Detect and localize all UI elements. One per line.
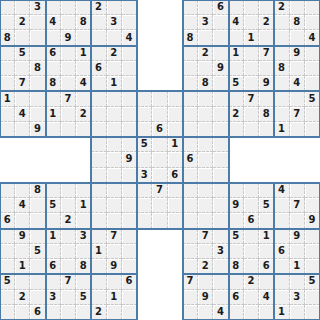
sudoku-cell: 5 [229, 229, 244, 244]
sudoku-cell[interactable] [61, 46, 76, 61]
sudoku-cell[interactable] [91, 46, 106, 61]
sudoku-cell[interactable] [274, 107, 289, 122]
sudoku-cell[interactable] [183, 91, 198, 106]
sudoku-cell[interactable] [91, 213, 106, 228]
sudoku-cell[interactable] [0, 107, 15, 122]
sudoku-cell[interactable] [168, 91, 183, 106]
sudoku-cell[interactable] [61, 290, 76, 305]
sudoku-cell[interactable] [198, 0, 213, 15]
sudoku-cell[interactable] [0, 290, 15, 305]
sudoku-cell[interactable] [213, 76, 228, 91]
sudoku-cell: 8 [274, 61, 289, 76]
sudoku-cell[interactable] [213, 290, 228, 305]
sudoku-cell[interactable] [198, 274, 213, 289]
sudoku-cell[interactable] [107, 107, 122, 122]
sudoku-cell[interactable] [107, 213, 122, 228]
sudoku-cell[interactable] [46, 213, 61, 228]
sudoku-cell: 1 [274, 122, 289, 137]
sudoku-cell[interactable] [290, 122, 305, 137]
sudoku-cell[interactable] [213, 122, 228, 137]
sudoku-cell[interactable] [274, 76, 289, 91]
sudoku-cell[interactable] [30, 229, 45, 244]
sudoku-cell[interactable] [244, 46, 259, 61]
sudoku-cell[interactable] [183, 290, 198, 305]
sudoku-cell[interactable] [305, 122, 320, 137]
sudoku-cell[interactable] [198, 305, 213, 320]
sudoku-cell[interactable] [15, 122, 30, 137]
sudoku-cell[interactable] [107, 183, 122, 198]
sudoku-cell[interactable] [15, 0, 30, 15]
sudoku-cell[interactable] [305, 198, 320, 213]
sudoku-cell[interactable] [122, 305, 137, 320]
sudoku-cell[interactable] [46, 305, 61, 320]
sudoku-cell[interactable] [290, 305, 305, 320]
sudoku-cell[interactable] [91, 274, 106, 289]
sudoku-cell[interactable] [107, 61, 122, 76]
sudoku-cell[interactable] [76, 30, 91, 45]
sudoku-cell[interactable] [76, 183, 91, 198]
sudoku-cell[interactable] [91, 183, 106, 198]
sudoku-cell[interactable] [122, 229, 137, 244]
sudoku-cell: 3 [46, 290, 61, 305]
sudoku-cell[interactable] [107, 152, 122, 167]
void-cell [137, 30, 152, 45]
sudoku-cell[interactable] [259, 122, 274, 137]
sudoku-cell[interactable] [122, 290, 137, 305]
sudoku-cell[interactable] [30, 46, 45, 61]
sudoku-cell: 4 [290, 76, 305, 91]
sudoku-cell[interactable] [244, 61, 259, 76]
sudoku-cell[interactable] [122, 168, 137, 183]
sudoku-cell[interactable] [137, 152, 152, 167]
sudoku-cell[interactable] [107, 0, 122, 15]
sudoku-cell[interactable] [152, 91, 167, 106]
sudoku-cell[interactable] [198, 152, 213, 167]
sudoku-cell[interactable] [122, 137, 137, 152]
sudoku-cell[interactable] [91, 122, 106, 137]
void-cell [290, 152, 305, 167]
sudoku-cell[interactable] [46, 183, 61, 198]
sudoku-cell[interactable] [213, 152, 228, 167]
sudoku-cell[interactable] [0, 259, 15, 274]
void-cell [152, 76, 167, 91]
sudoku-cell: 6 [46, 259, 61, 274]
sudoku-cell[interactable] [30, 76, 45, 91]
sudoku-cell[interactable] [137, 213, 152, 228]
sudoku-cell[interactable] [137, 183, 152, 198]
sudoku-cell[interactable] [46, 30, 61, 45]
sudoku-cell[interactable] [198, 183, 213, 198]
sudoku-cell[interactable] [61, 183, 76, 198]
sudoku-cell: 7 [290, 107, 305, 122]
sudoku-cell[interactable] [229, 183, 244, 198]
sudoku-cell[interactable] [61, 229, 76, 244]
sudoku-cell[interactable] [61, 76, 76, 91]
sudoku-cell[interactable] [15, 61, 30, 76]
sudoku-cell[interactable] [198, 30, 213, 45]
sudoku-cell[interactable] [91, 229, 106, 244]
sudoku-cell[interactable] [274, 274, 289, 289]
sudoku-cell[interactable] [183, 122, 198, 137]
sudoku-cell[interactable] [229, 61, 244, 76]
sudoku-cell[interactable] [152, 152, 167, 167]
sudoku-cell[interactable] [305, 305, 320, 320]
sudoku-cell[interactable] [183, 305, 198, 320]
sudoku-cell[interactable] [107, 305, 122, 320]
sudoku-cell[interactable] [183, 15, 198, 30]
sudoku-cell[interactable] [15, 183, 30, 198]
sudoku-cell[interactable] [244, 107, 259, 122]
sudoku-cell[interactable] [259, 244, 274, 259]
sudoku-cell[interactable] [46, 122, 61, 137]
sudoku-cell: 5 [229, 76, 244, 91]
sudoku-cell[interactable] [259, 0, 274, 15]
sudoku-cell[interactable] [274, 229, 289, 244]
sudoku-cell[interactable] [122, 91, 137, 106]
sudoku-cell[interactable] [229, 213, 244, 228]
sudoku-cell[interactable] [152, 198, 167, 213]
sudoku-cell[interactable] [122, 46, 137, 61]
sudoku-cell[interactable] [15, 305, 30, 320]
sudoku-cell[interactable] [168, 183, 183, 198]
sudoku-cell[interactable] [183, 183, 198, 198]
sudoku-cell: 9 [259, 76, 274, 91]
sudoku-cell[interactable] [305, 76, 320, 91]
sudoku-cell[interactable] [137, 198, 152, 213]
sudoku-cell[interactable] [244, 0, 259, 15]
sudoku-cell[interactable] [213, 259, 228, 274]
sudoku-cell[interactable] [168, 198, 183, 213]
sudoku-cell[interactable] [305, 229, 320, 244]
sudoku-cell[interactable] [30, 198, 45, 213]
sudoku-cell[interactable] [244, 15, 259, 30]
sudoku-cell[interactable] [259, 61, 274, 76]
sudoku-cell[interactable] [183, 0, 198, 15]
sudoku-cell[interactable] [305, 46, 320, 61]
sudoku-cell[interactable] [229, 122, 244, 137]
sudoku-cell[interactable] [198, 91, 213, 106]
sudoku-cell[interactable] [107, 168, 122, 183]
sudoku-cell[interactable] [198, 107, 213, 122]
sudoku-cell[interactable] [213, 198, 228, 213]
sudoku-cell[interactable] [46, 0, 61, 15]
sudoku-cell[interactable] [91, 137, 106, 152]
sudoku-cell[interactable] [274, 290, 289, 305]
sudoku-cell[interactable] [122, 213, 137, 228]
sudoku-cell[interactable] [274, 15, 289, 30]
sudoku-cell[interactable] [168, 122, 183, 137]
void-cell [305, 137, 320, 152]
sudoku-cell[interactable] [290, 213, 305, 228]
sudoku-cell[interactable] [0, 198, 15, 213]
sudoku-cell[interactable] [229, 274, 244, 289]
sudoku-cell[interactable] [15, 213, 30, 228]
sudoku-cell[interactable] [259, 305, 274, 320]
sudoku-cell[interactable] [213, 168, 228, 183]
sudoku-cell[interactable] [0, 183, 15, 198]
sudoku-cell[interactable] [229, 305, 244, 320]
sudoku-cell[interactable] [76, 122, 91, 137]
sudoku-cell[interactable] [259, 274, 274, 289]
sudoku-cell[interactable] [290, 0, 305, 15]
sudoku-cell[interactable] [122, 76, 137, 91]
sudoku-cell[interactable] [259, 91, 274, 106]
sudoku-cell[interactable] [183, 229, 198, 244]
sudoku-cell[interactable] [137, 91, 152, 106]
sudoku-cell[interactable] [183, 137, 198, 152]
sudoku-cell[interactable] [244, 259, 259, 274]
sudoku-cell[interactable] [305, 244, 320, 259]
sudoku-cell[interactable] [168, 152, 183, 167]
sudoku-cell[interactable] [183, 213, 198, 228]
sudoku-cell[interactable] [305, 183, 320, 198]
sudoku-cell[interactable] [15, 30, 30, 45]
sudoku-cell[interactable] [229, 0, 244, 15]
sudoku-cell[interactable] [107, 274, 122, 289]
void-cell [152, 259, 167, 274]
sudoku-cell[interactable] [107, 122, 122, 137]
void-cell [229, 152, 244, 167]
sudoku-cell[interactable] [137, 107, 152, 122]
sudoku-cell[interactable] [183, 244, 198, 259]
sudoku-cell[interactable] [76, 305, 91, 320]
sudoku-cell: 8 [229, 259, 244, 274]
sudoku-cell[interactable] [183, 168, 198, 183]
sudoku-cell[interactable] [244, 305, 259, 320]
sudoku-cell[interactable] [107, 91, 122, 106]
sudoku-cell[interactable] [198, 61, 213, 76]
sudoku-cell[interactable] [122, 15, 137, 30]
sudoku-cell[interactable] [91, 198, 106, 213]
sudoku-cell[interactable] [61, 15, 76, 30]
void-cell [168, 15, 183, 30]
sudoku-cell[interactable] [198, 213, 213, 228]
sudoku-cell: 3 [137, 168, 152, 183]
sudoku-cell[interactable] [0, 244, 15, 259]
sudoku-cell[interactable] [229, 244, 244, 259]
sudoku-cell[interactable] [30, 91, 45, 106]
sudoku-cell: 6 [274, 244, 289, 259]
sudoku-cell[interactable] [76, 0, 91, 15]
sudoku-cell[interactable] [183, 61, 198, 76]
sudoku-cell[interactable] [15, 274, 30, 289]
sudoku-cell[interactable] [305, 259, 320, 274]
void-cell [290, 168, 305, 183]
sudoku-cell[interactable] [290, 30, 305, 45]
sudoku-cell[interactable] [91, 76, 106, 91]
sudoku-cell[interactable] [91, 15, 106, 30]
sudoku-cell[interactable] [305, 61, 320, 76]
sudoku-cell[interactable] [0, 46, 15, 61]
sudoku-cell[interactable] [290, 183, 305, 198]
sudoku-cell[interactable] [107, 137, 122, 152]
sudoku-cell: 6 [46, 46, 61, 61]
sudoku-cell[interactable] [168, 107, 183, 122]
sudoku-cell[interactable] [213, 229, 228, 244]
sudoku-cell[interactable] [213, 137, 228, 152]
sudoku-cell[interactable] [61, 107, 76, 122]
sudoku-cell[interactable] [0, 15, 15, 30]
sudoku-cell[interactable] [91, 290, 106, 305]
sudoku-cell[interactable] [183, 107, 198, 122]
sudoku-cell[interactable] [213, 91, 228, 106]
void-cell [168, 46, 183, 61]
sudoku-cell[interactable] [213, 274, 228, 289]
sudoku-cell[interactable] [305, 0, 320, 15]
sudoku-cell[interactable] [122, 0, 137, 15]
sudoku-cell[interactable] [183, 46, 198, 61]
sudoku-cell[interactable] [168, 213, 183, 228]
void-cell [46, 137, 61, 152]
sudoku-cell[interactable] [152, 107, 167, 122]
sudoku-cell[interactable] [183, 198, 198, 213]
sudoku-cell[interactable] [61, 244, 76, 259]
sudoku-cell[interactable] [305, 15, 320, 30]
sudoku-cell[interactable] [274, 46, 289, 61]
sudoku-cell[interactable] [46, 244, 61, 259]
sudoku-cell[interactable] [290, 244, 305, 259]
sudoku-cell[interactable] [61, 61, 76, 76]
sudoku-cell[interactable] [213, 30, 228, 45]
sudoku-cell[interactable] [244, 198, 259, 213]
sudoku-cell[interactable] [30, 15, 45, 30]
sudoku-cell[interactable] [274, 198, 289, 213]
sudoku-cell[interactable] [213, 183, 228, 198]
sudoku-cell: 1 [229, 46, 244, 61]
sudoku-cell[interactable] [0, 305, 15, 320]
sudoku-cell[interactable] [91, 91, 106, 106]
sudoku-cell[interactable] [259, 213, 274, 228]
sudoku-cell[interactable] [15, 91, 30, 106]
void-cell [76, 137, 91, 152]
sudoku-cell[interactable] [0, 76, 15, 91]
sudoku-cell[interactable] [152, 213, 167, 228]
sudoku-cell[interactable] [30, 107, 45, 122]
sudoku-cell[interactable] [244, 244, 259, 259]
sudoku-cell[interactable] [0, 229, 15, 244]
sudoku-cell[interactable] [76, 274, 91, 289]
sudoku-cell[interactable] [152, 137, 167, 152]
sudoku-cell[interactable] [290, 61, 305, 76]
sudoku-cell[interactable] [30, 213, 45, 228]
sudoku-cell[interactable] [183, 259, 198, 274]
sudoku-cell[interactable] [30, 30, 45, 45]
sudoku-cell[interactable] [229, 30, 244, 45]
sudoku-cell: 5 [46, 198, 61, 213]
sudoku-cell[interactable] [198, 244, 213, 259]
sudoku-cell[interactable] [122, 259, 137, 274]
sudoku-cell[interactable] [122, 61, 137, 76]
sudoku-cell[interactable] [152, 168, 167, 183]
sudoku-cell[interactable] [244, 76, 259, 91]
sudoku-cell[interactable] [76, 213, 91, 228]
sudoku-cell[interactable] [213, 213, 228, 228]
void-cell [137, 244, 152, 259]
sudoku-cell[interactable] [30, 274, 45, 289]
sudoku-cell[interactable] [61, 305, 76, 320]
sudoku-cell[interactable] [259, 183, 274, 198]
sudoku-cell[interactable] [198, 137, 213, 152]
sudoku-cell: 9 [30, 122, 45, 137]
sudoku-cell[interactable] [290, 91, 305, 106]
sudoku-cell[interactable] [244, 122, 259, 137]
sudoku-cell: 2 [198, 46, 213, 61]
sudoku-cell[interactable] [259, 30, 274, 45]
sudoku-cell: 4 [76, 76, 91, 91]
sudoku-cell[interactable] [198, 168, 213, 183]
sudoku-cell[interactable] [107, 244, 122, 259]
sudoku-cell[interactable] [76, 61, 91, 76]
sudoku-cell[interactable] [274, 259, 289, 274]
sudoku-cell[interactable] [0, 122, 15, 137]
sudoku-cell[interactable] [91, 259, 106, 274]
sudoku-cell[interactable] [46, 91, 61, 106]
sudoku-cell[interactable] [15, 244, 30, 259]
sudoku-cell: 6 [244, 213, 259, 228]
sudoku-cell[interactable] [122, 107, 137, 122]
sudoku-cell[interactable] [290, 274, 305, 289]
void-cell [229, 168, 244, 183]
sudoku-cell: 6 [213, 0, 228, 15]
sudoku-cell[interactable] [198, 198, 213, 213]
sudoku-cell[interactable] [198, 122, 213, 137]
sudoku-cell: 9 [290, 46, 305, 61]
sudoku-cell[interactable] [61, 0, 76, 15]
sudoku-cell: 7 [183, 274, 198, 289]
sudoku-cell[interactable] [46, 61, 61, 76]
sudoku-cell[interactable] [61, 122, 76, 137]
sudoku-cell[interactable] [213, 46, 228, 61]
sudoku-cell[interactable] [30, 259, 45, 274]
sudoku-cell: 1 [259, 229, 274, 244]
sudoku-cell[interactable] [274, 91, 289, 106]
sudoku-cell[interactable] [107, 198, 122, 213]
sudoku-cell[interactable] [274, 213, 289, 228]
sudoku-cell[interactable] [305, 290, 320, 305]
sudoku-cell[interactable] [183, 76, 198, 91]
sudoku-cell[interactable] [122, 244, 137, 259]
sudoku-cell[interactable] [244, 183, 259, 198]
sudoku-cell[interactable] [91, 107, 106, 122]
sudoku-cell[interactable] [229, 91, 244, 106]
sudoku-cell[interactable] [91, 152, 106, 167]
sudoku-cell: 3 [30, 0, 45, 15]
sudoku-cell[interactable] [61, 198, 76, 213]
sudoku-cell[interactable] [91, 30, 106, 45]
sudoku-cell[interactable] [122, 198, 137, 213]
sudoku-cell[interactable] [305, 107, 320, 122]
sudoku-cell[interactable] [0, 0, 15, 15]
sudoku-cell[interactable] [91, 168, 106, 183]
sudoku-cell[interactable] [122, 183, 137, 198]
sudoku-cell[interactable] [46, 274, 61, 289]
sudoku-cell[interactable] [76, 91, 91, 106]
sudoku-cell[interactable] [244, 229, 259, 244]
sudoku-cell[interactable] [213, 107, 228, 122]
sudoku-cell[interactable] [137, 122, 152, 137]
sudoku-cell[interactable] [0, 61, 15, 76]
sudoku-cell[interactable] [122, 122, 137, 137]
sudoku-cell[interactable] [213, 15, 228, 30]
sudoku-cell[interactable] [274, 30, 289, 45]
void-cell [274, 152, 289, 167]
sudoku-cell[interactable] [76, 244, 91, 259]
sudoku-cell[interactable] [30, 290, 45, 305]
void-cell [259, 168, 274, 183]
sudoku-cell[interactable] [61, 259, 76, 274]
sudoku-cell[interactable] [244, 290, 259, 305]
sudoku-cell[interactable] [107, 30, 122, 45]
